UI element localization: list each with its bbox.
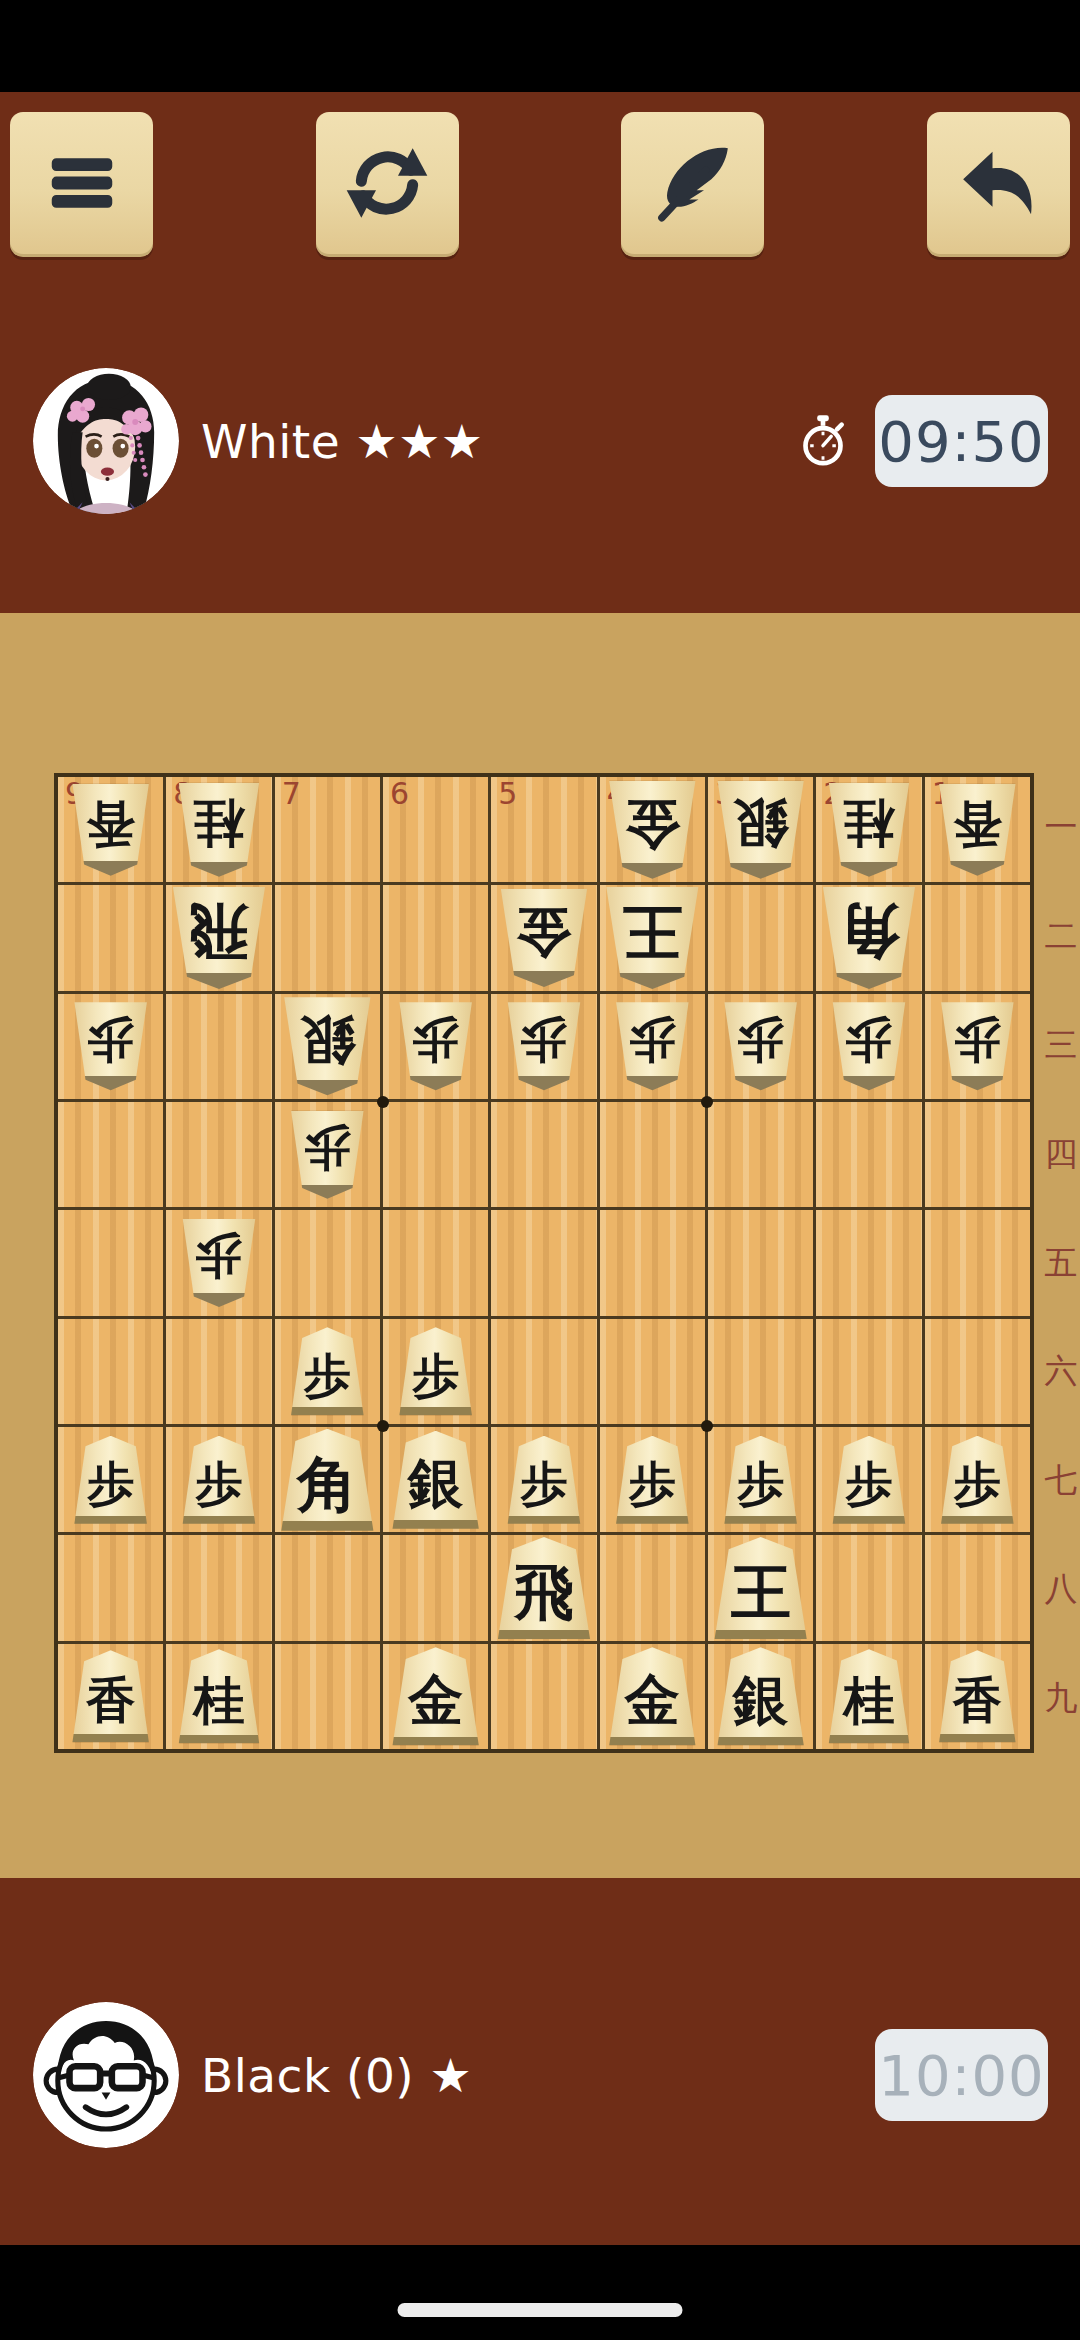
koma-kanji: 桂 <box>193 1675 244 1726</box>
notation-button[interactable] <box>621 112 764 257</box>
board-cell[interactable] <box>600 1535 705 1640</box>
koma-white[interactable]: 銀 <box>717 781 805 879</box>
koma-kanji: 歩 <box>520 1017 567 1064</box>
board-cell[interactable]: 歩 <box>491 994 596 1099</box>
board-cell[interactable] <box>491 1319 596 1424</box>
koma-kanji: 歩 <box>87 1460 134 1507</box>
koma-kanji: 歩 <box>87 1017 134 1064</box>
koma-white[interactable]: 歩 <box>74 1002 148 1090</box>
board-cell[interactable]: 歩 <box>166 1210 271 1315</box>
koma-black[interactable]: 歩 <box>290 1327 364 1415</box>
board-cell[interactable]: 角 <box>275 1427 380 1532</box>
koma-kanji: 銀 <box>733 796 788 851</box>
koma-kanji: 王 <box>731 1562 791 1622</box>
undo-button[interactable] <box>927 112 1070 257</box>
koma-white[interactable]: 桂 <box>828 783 910 877</box>
board-cell[interactable]: 香 <box>58 1644 163 1749</box>
file-label: 7 <box>282 777 301 810</box>
board-cell[interactable] <box>816 1319 921 1424</box>
koma-kanji: 飛 <box>189 902 249 962</box>
board-cell[interactable]: 5 <box>491 777 596 882</box>
board-cell[interactable] <box>600 1210 705 1315</box>
koma-kanji: 香 <box>953 1676 1002 1725</box>
koma-white[interactable]: 歩 <box>399 1002 473 1090</box>
black-clock: 10:00 <box>875 2029 1048 2121</box>
koma-white[interactable]: 香 <box>72 784 150 876</box>
koma-black[interactable]: 歩 <box>724 1436 798 1524</box>
board-cell[interactable]: 歩 <box>275 1102 380 1207</box>
home-indicator[interactable] <box>398 2303 683 2317</box>
board-cell[interactable]: 王 <box>600 885 705 990</box>
board-cell[interactable] <box>708 885 813 990</box>
player-bar-black: Black (0) ★ 10:00 <box>33 2002 1048 2148</box>
board-cell[interactable]: 2桂 <box>816 777 921 882</box>
board-cell[interactable]: 1香 <box>925 777 1030 882</box>
board-cell[interactable] <box>275 1535 380 1640</box>
board-cell[interactable] <box>58 1102 163 1207</box>
board-cell[interactable]: 歩 <box>383 994 488 1099</box>
board-cell[interactable]: 香 <box>925 1644 1030 1749</box>
board-cell[interactable]: 歩 <box>600 994 705 1099</box>
koma-black[interactable]: 王 <box>714 1537 808 1639</box>
koma-black[interactable]: 銀 <box>392 1431 480 1529</box>
koma-black[interactable]: 歩 <box>399 1327 473 1415</box>
board-cell[interactable] <box>166 1319 271 1424</box>
koma-kanji: 桂 <box>843 798 894 849</box>
koma-white[interactable]: 飛 <box>172 887 266 989</box>
file-label: 5 <box>498 777 517 810</box>
rank-label: 六 <box>1044 1317 1078 1426</box>
koma-kanji: 歩 <box>954 1017 1001 1064</box>
koma-black[interactable]: 香 <box>72 1650 150 1742</box>
koma-black[interactable]: 歩 <box>615 1436 689 1524</box>
stopwatch-icon <box>795 413 851 469</box>
board-cell[interactable]: 王 <box>708 1535 813 1640</box>
board-cell[interactable]: 7 <box>275 777 380 882</box>
koma-black[interactable]: 歩 <box>940 1436 1014 1524</box>
board-cell[interactable] <box>383 1210 488 1315</box>
board-cell[interactable]: 歩 <box>491 1427 596 1532</box>
rank-label: 二 <box>1044 882 1078 991</box>
rank-label: 五 <box>1044 1209 1078 1318</box>
koma-black[interactable]: 桂 <box>828 1649 910 1743</box>
board-cell[interactable]: 9香 <box>58 777 163 882</box>
board-cell[interactable]: 歩 <box>708 1427 813 1532</box>
player-bar-white: White ★★★ 09:50 <box>33 368 1048 514</box>
board-cell[interactable] <box>925 1535 1030 1640</box>
koma-white[interactable]: 王 <box>605 887 699 989</box>
koma-white[interactable]: 桂 <box>178 783 260 877</box>
board-cell[interactable] <box>600 1319 705 1424</box>
koma-kanji: 角 <box>839 902 899 962</box>
koma-kanji: 銀 <box>300 1013 355 1068</box>
koma-kanji: 歩 <box>737 1460 784 1507</box>
rotate-board-button[interactable] <box>316 112 459 257</box>
board-cell[interactable] <box>383 885 488 990</box>
koma-white[interactable]: 歩 <box>940 1002 1014 1090</box>
black-player-avatar[interactable] <box>33 2002 179 2148</box>
koma-kanji: 歩 <box>195 1233 242 1280</box>
board-cell[interactable]: 金 <box>491 885 596 990</box>
board-cell[interactable]: 銀 <box>275 994 380 1099</box>
white-clock: 09:50 <box>875 395 1048 487</box>
koma-black[interactable]: 銀 <box>717 1647 805 1745</box>
koma-white[interactable]: 歩 <box>182 1219 256 1307</box>
file-label: 6 <box>390 777 409 810</box>
hoshi-dot <box>377 1096 389 1108</box>
board-cell[interactable] <box>816 1210 921 1315</box>
board-cell[interactable] <box>600 1102 705 1207</box>
koma-kanji: 歩 <box>412 1017 459 1064</box>
board-cell[interactable] <box>491 1644 596 1749</box>
koma-white[interactable]: 金 <box>500 889 588 987</box>
koma-kanji: 歩 <box>195 1460 242 1507</box>
board-cell[interactable] <box>166 994 271 1099</box>
koma-black[interactable]: 歩 <box>74 1436 148 1524</box>
board-cell[interactable]: 歩 <box>275 1319 380 1424</box>
board-cell[interactable]: 銀 <box>383 1427 488 1532</box>
board-cell[interactable]: 4金 <box>600 777 705 882</box>
board-cell[interactable] <box>166 1102 271 1207</box>
board-cell[interactable] <box>275 885 380 990</box>
board-area: 9香8桂7654金3銀2桂1香飛金王角歩銀歩歩歩歩歩歩歩歩歩歩歩歩角銀歩歩歩歩歩… <box>0 613 1080 1878</box>
board-cell[interactable] <box>58 885 163 990</box>
koma-kanji: 桂 <box>843 1675 894 1726</box>
black-player-name: Black (0) ★ <box>201 2048 472 2103</box>
koma-kanji: 香 <box>86 1676 135 1725</box>
board-cell[interactable]: 金 <box>600 1644 705 1749</box>
board-cell[interactable]: 歩 <box>58 1427 163 1532</box>
koma-kanji: 歩 <box>629 1017 676 1064</box>
board-cell[interactable] <box>58 1319 163 1424</box>
hoshi-dot <box>701 1096 713 1108</box>
board-cell[interactable]: 桂 <box>166 1644 271 1749</box>
koma-kanji: 歩 <box>304 1125 351 1172</box>
board-cell[interactable] <box>925 1319 1030 1424</box>
rank-label: 八 <box>1044 1535 1078 1644</box>
koma-white[interactable]: 金 <box>608 781 696 879</box>
white-player-avatar[interactable] <box>33 368 179 514</box>
koma-kanji: 金 <box>516 904 571 959</box>
board-cell[interactable] <box>383 1102 488 1207</box>
koma-kanji: 金 <box>625 1673 680 1728</box>
koma-black[interactable]: 金 <box>392 1647 480 1745</box>
rank-labels: 一二三四五六七八九 <box>1044 773 1078 1753</box>
koma-kanji: 歩 <box>520 1460 567 1507</box>
board-cell[interactable]: 歩 <box>383 1319 488 1424</box>
geisha-avatar-icon <box>33 499 179 514</box>
rank-label: 四 <box>1044 1100 1078 1209</box>
board-cell[interactable]: 8桂 <box>166 777 271 882</box>
board-cell[interactable]: 歩 <box>600 1427 705 1532</box>
koma-white[interactable]: 歩 <box>832 1002 906 1090</box>
board-cell[interactable] <box>491 1102 596 1207</box>
koma-kanji: 金 <box>625 796 680 851</box>
board-cell[interactable]: 桂 <box>816 1644 921 1749</box>
koma-black[interactable]: 香 <box>938 1650 1016 1742</box>
koma-black[interactable]: 金 <box>608 1647 696 1745</box>
koma-black[interactable]: 角 <box>280 1429 374 1531</box>
rank-label: 九 <box>1044 1644 1078 1753</box>
sync-icon <box>343 139 431 230</box>
koma-black[interactable]: 桂 <box>178 1649 260 1743</box>
rank-label: 三 <box>1044 991 1078 1100</box>
koma-kanji: 歩 <box>954 1460 1001 1507</box>
koma-kanji: 銀 <box>733 1673 788 1728</box>
koma-kanji: 歩 <box>845 1017 892 1064</box>
board-cell[interactable]: 歩 <box>166 1427 271 1532</box>
board-cell[interactable] <box>925 1102 1030 1207</box>
koma-kanji: 飛 <box>514 1562 574 1622</box>
koma-white[interactable]: 香 <box>938 784 1016 876</box>
koma-kanji: 角 <box>297 1454 357 1514</box>
koma-black[interactable]: 歩 <box>182 1436 256 1524</box>
menu-icon <box>38 139 126 230</box>
koma-kanji: 歩 <box>845 1460 892 1507</box>
koma-white[interactable]: 歩 <box>724 1002 798 1090</box>
feather-icon <box>649 139 737 230</box>
koma-kanji: 歩 <box>412 1352 459 1399</box>
board-cell[interactable] <box>58 1535 163 1640</box>
board-cell[interactable]: 歩 <box>816 994 921 1099</box>
koma-white[interactable]: 歩 <box>290 1111 364 1199</box>
board-cell[interactable]: 飛 <box>166 885 271 990</box>
board-cell[interactable] <box>383 1535 488 1640</box>
toolbar <box>0 112 1080 257</box>
board-cell[interactable]: 飛 <box>491 1535 596 1640</box>
koma-kanji: 香 <box>953 799 1002 848</box>
status-bar <box>0 0 1080 92</box>
board-cell[interactable]: 銀 <box>708 1644 813 1749</box>
koma-white[interactable]: 歩 <box>615 1002 689 1090</box>
board-cell[interactable]: 歩 <box>925 994 1030 1099</box>
board-cell[interactable] <box>166 1535 271 1640</box>
hoshi-dot <box>377 1420 389 1432</box>
board-cell[interactable]: 6 <box>383 777 488 882</box>
board-cell[interactable] <box>491 1210 596 1315</box>
board-cell[interactable] <box>58 1210 163 1315</box>
board-cell[interactable]: 歩 <box>708 994 813 1099</box>
board-cell[interactable]: 歩 <box>58 994 163 1099</box>
board-cell[interactable]: 金 <box>383 1644 488 1749</box>
koma-kanji: 王 <box>622 902 682 962</box>
koma-kanji: 香 <box>86 799 135 848</box>
board-cell[interactable]: 歩 <box>816 1427 921 1532</box>
board-cell[interactable] <box>708 1210 813 1315</box>
rank-label: 一 <box>1044 773 1078 882</box>
app-screen: White ★★★ 09:50 9香8桂7654金3銀2桂1香飛金王角歩銀歩歩歩… <box>0 0 1080 2340</box>
board-cell[interactable]: 角 <box>816 885 921 990</box>
koma-white[interactable]: 角 <box>822 887 916 989</box>
white-player-name: White ★★★ <box>201 414 484 469</box>
menu-button[interactable] <box>10 112 153 257</box>
rank-label: 七 <box>1044 1426 1078 1535</box>
koma-kanji: 金 <box>408 1673 463 1728</box>
koma-kanji: 歩 <box>304 1352 351 1399</box>
hoshi-dot <box>701 1420 713 1432</box>
koma-black[interactable]: 飛 <box>497 1537 591 1639</box>
koma-kanji: 歩 <box>629 1460 676 1507</box>
koma-white[interactable]: 歩 <box>507 1002 581 1090</box>
koma-kanji: 桂 <box>193 798 244 849</box>
board-cell[interactable] <box>275 1210 380 1315</box>
koma-kanji: 銀 <box>408 1456 463 1511</box>
koma-kanji: 歩 <box>737 1017 784 1064</box>
undo-icon <box>954 139 1042 230</box>
board-cell[interactable] <box>816 1102 921 1207</box>
board-cell[interactable] <box>275 1644 380 1749</box>
koma-white[interactable]: 銀 <box>283 997 371 1095</box>
board-cell[interactable]: 歩 <box>925 1427 1030 1532</box>
board-cell[interactable] <box>925 885 1030 990</box>
koma-black[interactable]: 歩 <box>507 1436 581 1524</box>
board-cell[interactable] <box>708 1102 813 1207</box>
board-cell[interactable]: 3銀 <box>708 777 813 882</box>
board-cell[interactable] <box>925 1210 1030 1315</box>
boy-glasses-avatar-icon <box>33 2133 179 2148</box>
board-grid[interactable]: 9香8桂7654金3銀2桂1香飛金王角歩銀歩歩歩歩歩歩歩歩歩歩歩歩角銀歩歩歩歩歩… <box>54 773 1034 1753</box>
board-cell[interactable] <box>816 1535 921 1640</box>
koma-black[interactable]: 歩 <box>832 1436 906 1524</box>
board-cell[interactable] <box>708 1319 813 1424</box>
gesture-nav-bar <box>0 2245 1080 2340</box>
